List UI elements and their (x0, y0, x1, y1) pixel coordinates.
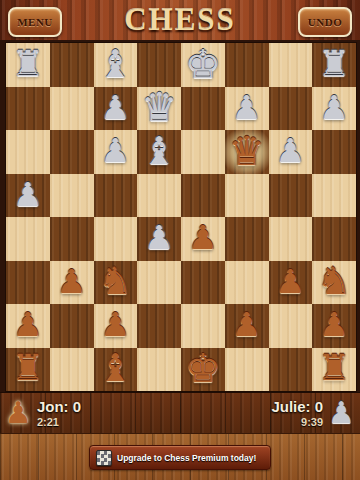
square-c6[interactable]: ♟ (94, 130, 138, 174)
square-e1[interactable]: ♚ (181, 348, 225, 392)
square-f4[interactable] (225, 217, 269, 261)
upgrade-banner[interactable]: Upgrade to Chess Premium today! (89, 445, 271, 470)
white-pawn-a2[interactable]: ♟ (13, 308, 43, 341)
square-a5[interactable]: ♟ (6, 174, 50, 218)
board-frame: ♜♝♚♜♟♛♟♟♟♝♛♟♟♟♟♟♞♟♞♟♟♟♟♜♝♚♜ (0, 40, 360, 392)
square-c5[interactable] (94, 174, 138, 218)
square-a6[interactable] (6, 130, 50, 174)
black-pawn-f7[interactable]: ♟ (232, 91, 262, 124)
white-player-clock: 2:21 (37, 416, 81, 428)
header-bar: MENU CHESS UNDO (0, 0, 360, 42)
square-f5[interactable] (225, 174, 269, 218)
black-bishop-c8[interactable]: ♝ (98, 45, 132, 83)
black-pawn-h7[interactable]: ♟ (319, 91, 349, 124)
black-pawn-c6[interactable]: ♟ (101, 134, 131, 167)
white-knight-c3[interactable]: ♞ (98, 262, 132, 300)
white-player-panel: ♟ Jon: 0 2:21 (5, 396, 81, 430)
square-c7[interactable]: ♟ (94, 87, 138, 131)
black-pawn-a5[interactable]: ♟ (13, 178, 43, 211)
square-f1[interactable] (225, 348, 269, 392)
square-h7[interactable]: ♟ (312, 87, 356, 131)
white-knight-h3[interactable]: ♞ (317, 262, 351, 300)
square-h6[interactable] (312, 130, 356, 174)
square-e7[interactable] (181, 87, 225, 131)
square-d1[interactable] (137, 348, 181, 392)
square-d7[interactable]: ♛ (137, 87, 181, 131)
white-pawn-icon: ♟ (5, 396, 32, 430)
square-g1[interactable] (269, 348, 313, 392)
square-h1[interactable]: ♜ (312, 348, 356, 392)
square-h8[interactable]: ♜ (312, 43, 356, 87)
square-a7[interactable] (6, 87, 50, 131)
square-g6[interactable]: ♟ (269, 130, 313, 174)
black-pawn-d4[interactable]: ♟ (144, 221, 174, 254)
white-pawn-h2[interactable]: ♟ (319, 308, 349, 341)
square-a3[interactable] (6, 261, 50, 305)
square-b3[interactable]: ♟ (50, 261, 94, 305)
square-b5[interactable] (50, 174, 94, 218)
square-h3[interactable]: ♞ (312, 261, 356, 305)
black-player-name-score: Julie: 0 (271, 398, 323, 415)
square-f8[interactable] (225, 43, 269, 87)
white-king-e1[interactable]: ♚ (185, 348, 221, 388)
square-g7[interactable] (269, 87, 313, 131)
black-player-clock: 9:39 (301, 416, 323, 428)
square-a1[interactable]: ♜ (6, 348, 50, 392)
square-c2[interactable]: ♟ (94, 304, 138, 348)
square-f6[interactable]: ♛ (225, 130, 269, 174)
white-bishop-c1[interactable]: ♝ (98, 349, 132, 387)
square-c8[interactable]: ♝ (94, 43, 138, 87)
square-d8[interactable] (137, 43, 181, 87)
square-d3[interactable] (137, 261, 181, 305)
square-f7[interactable]: ♟ (225, 87, 269, 131)
player-info-bar: ♟ Jon: 0 2:21 Julie: 0 9:39 ♟ (0, 392, 360, 434)
square-b1[interactable] (50, 348, 94, 392)
square-b2[interactable] (50, 304, 94, 348)
chess-app-screen: MENU CHESS UNDO ♜♝♚♜♟♛♟♟♟♝♛♟♟♟♟♟♞♟♞♟♟♟♟♜… (0, 0, 360, 480)
square-e6[interactable] (181, 130, 225, 174)
black-pawn-icon: ♟ (328, 396, 355, 430)
square-g2[interactable] (269, 304, 313, 348)
black-player-panel: Julie: 0 9:39 ♟ (271, 396, 355, 430)
square-e4[interactable]: ♟ (181, 217, 225, 261)
white-player-name-score: Jon: 0 (37, 398, 81, 415)
square-f2[interactable]: ♟ (225, 304, 269, 348)
square-d5[interactable] (137, 174, 181, 218)
square-b4[interactable] (50, 217, 94, 261)
square-e8[interactable]: ♚ (181, 43, 225, 87)
square-h5[interactable] (312, 174, 356, 218)
square-e5[interactable] (181, 174, 225, 218)
black-king-e8[interactable]: ♚ (185, 44, 221, 84)
white-queen-f6[interactable]: ♛ (229, 131, 265, 171)
white-pawn-e4[interactable]: ♟ (188, 221, 218, 254)
square-b6[interactable] (50, 130, 94, 174)
upgrade-banner-text: Upgrade to Chess Premium today! (117, 453, 256, 463)
square-f3[interactable] (225, 261, 269, 305)
black-pawn-c7[interactable]: ♟ (101, 91, 131, 124)
square-d2[interactable] (137, 304, 181, 348)
square-e3[interactable] (181, 261, 225, 305)
square-c4[interactable] (94, 217, 138, 261)
white-pawn-b3[interactable]: ♟ (57, 265, 87, 298)
square-a4[interactable] (6, 217, 50, 261)
square-c3[interactable]: ♞ (94, 261, 138, 305)
chess-board: ♜♝♚♜♟♛♟♟♟♝♛♟♟♟♟♟♞♟♞♟♟♟♟♜♝♚♜ (5, 42, 357, 392)
chessboard-app-icon (96, 450, 112, 466)
square-a8[interactable]: ♜ (6, 43, 50, 87)
square-b8[interactable] (50, 43, 94, 87)
black-queen-d7[interactable]: ♛ (141, 87, 177, 127)
white-rook-a1[interactable]: ♜ (12, 350, 44, 386)
square-d6[interactable]: ♝ (137, 130, 181, 174)
white-pawn-g3[interactable]: ♟ (276, 265, 306, 298)
square-g3[interactable]: ♟ (269, 261, 313, 305)
square-h4[interactable] (312, 217, 356, 261)
square-g5[interactable] (269, 174, 313, 218)
white-rook-h1[interactable]: ♜ (318, 350, 350, 386)
square-a2[interactable]: ♟ (6, 304, 50, 348)
square-d4[interactable]: ♟ (137, 217, 181, 261)
black-pawn-g6[interactable]: ♟ (276, 134, 306, 167)
white-pawn-c2[interactable]: ♟ (101, 308, 131, 341)
black-rook-a8[interactable]: ♜ (12, 46, 44, 82)
black-rook-h8[interactable]: ♜ (318, 46, 350, 82)
black-bishop-d6[interactable]: ♝ (142, 132, 176, 170)
undo-button[interactable]: UNDO (298, 7, 352, 37)
square-g8[interactable] (269, 43, 313, 87)
ad-strip: Upgrade to Chess Premium today! (0, 433, 360, 480)
square-e2[interactable] (181, 304, 225, 348)
square-c1[interactable]: ♝ (94, 348, 138, 392)
square-g4[interactable] (269, 217, 313, 261)
square-h2[interactable]: ♟ (312, 304, 356, 348)
square-b7[interactable] (50, 87, 94, 131)
white-pawn-f2[interactable]: ♟ (232, 308, 262, 341)
